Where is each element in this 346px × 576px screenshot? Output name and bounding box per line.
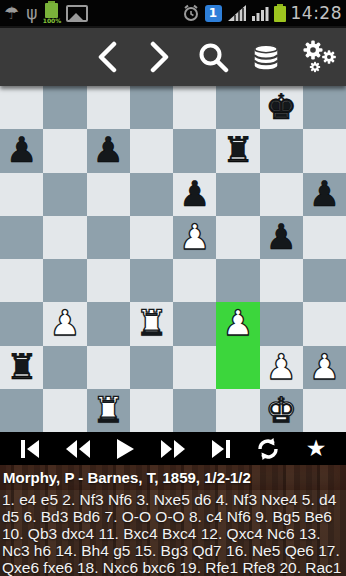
white-king-g1: ♚ xyxy=(265,389,296,432)
square-c7[interactable]: ♟ xyxy=(87,129,130,172)
square-h4[interactable] xyxy=(303,259,346,302)
square-h3[interactable] xyxy=(303,302,346,345)
square-e1[interactable] xyxy=(173,389,216,432)
white-pawn-g2: ♟ xyxy=(265,346,296,389)
square-c3[interactable] xyxy=(87,302,130,345)
square-b6[interactable] xyxy=(43,173,86,216)
square-f4[interactable] xyxy=(216,259,259,302)
status-left-icons: ☂ ψ 100% xyxy=(4,1,88,25)
black-rook-f7: ♜ xyxy=(222,129,253,172)
square-e6[interactable]: ♟ xyxy=(173,173,216,216)
square-g5[interactable]: ♟ xyxy=(260,216,303,259)
black-pawn-g5: ♟ xyxy=(265,216,296,259)
skip-to-start-icon xyxy=(19,438,41,460)
settings-button[interactable] xyxy=(302,40,336,74)
square-a6[interactable] xyxy=(0,173,43,216)
square-h5[interactable] xyxy=(303,216,346,259)
clock-time: 14:28 xyxy=(291,3,343,23)
fast-forward-icon xyxy=(160,439,186,459)
moves-text[interactable]: 1. e4 e5 2. Nf3 Nf6 3. Nxe5 d6 4. Nf3 Nx… xyxy=(2,491,341,576)
square-e5[interactable]: ♟ xyxy=(173,216,216,259)
white-pawn-h2: ♟ xyxy=(309,346,340,389)
square-c8[interactable] xyxy=(87,86,130,129)
square-g1[interactable]: ♚ xyxy=(260,389,303,432)
status-bar: ☂ ψ 100% 1 xyxy=(0,0,346,26)
square-e7[interactable] xyxy=(173,129,216,172)
sync-button[interactable] xyxy=(253,436,283,462)
black-rook-a2: ♜ xyxy=(6,346,37,389)
app-screen: ☂ ψ 100% 1 xyxy=(0,0,346,576)
square-b3[interactable]: ♟ xyxy=(43,302,86,345)
square-h6[interactable]: ♟ xyxy=(303,173,346,216)
square-d6[interactable] xyxy=(130,173,173,216)
black-pawn-h6: ♟ xyxy=(309,173,340,216)
square-a8[interactable] xyxy=(0,86,43,129)
back-button[interactable] xyxy=(90,40,124,74)
status-right-icons: 1 14:28 xyxy=(182,3,343,23)
white-rook-d3: ♜ xyxy=(136,302,167,345)
square-f7[interactable]: ♜ xyxy=(216,129,259,172)
square-a3[interactable] xyxy=(0,302,43,345)
battery-full-icon: 100% xyxy=(44,1,59,25)
square-d7[interactable] xyxy=(130,129,173,172)
square-a4[interactable] xyxy=(0,259,43,302)
skip-to-end-button[interactable] xyxy=(206,436,236,462)
square-b1[interactable] xyxy=(43,389,86,432)
skip-to-end-icon xyxy=(210,438,232,460)
square-g2[interactable]: ♟ xyxy=(260,346,303,389)
square-d2[interactable] xyxy=(130,346,173,389)
square-b4[interactable] xyxy=(43,259,86,302)
white-rook-c1: ♜ xyxy=(92,389,123,432)
square-c4[interactable] xyxy=(87,259,130,302)
database-button[interactable] xyxy=(249,40,283,74)
square-d3[interactable]: ♜ xyxy=(130,302,173,345)
black-pawn-c7: ♟ xyxy=(92,129,123,172)
search-button[interactable] xyxy=(196,40,230,74)
chevron-left-icon xyxy=(96,41,118,73)
square-e3[interactable] xyxy=(173,302,216,345)
square-g4[interactable] xyxy=(260,259,303,302)
square-c6[interactable] xyxy=(87,173,130,216)
square-h1[interactable] xyxy=(303,389,346,432)
battery-percent-label: 100% xyxy=(43,18,62,24)
search-icon xyxy=(197,41,229,73)
favorite-star-button[interactable]: ★ xyxy=(301,436,331,462)
square-g6[interactable] xyxy=(260,173,303,216)
forward-button[interactable] xyxy=(143,40,177,74)
square-h7[interactable] xyxy=(303,129,346,172)
move-list[interactable]: 1. e4 e5 2. Nf3 Nf6 3. Nxe5 d6 4. Nf3 Nx… xyxy=(0,490,346,576)
chevron-right-icon xyxy=(149,41,171,73)
playback-controls: ★ xyxy=(0,432,346,465)
square-d8[interactable] xyxy=(130,86,173,129)
square-b7[interactable] xyxy=(43,129,86,172)
signal-bars-icon xyxy=(252,5,269,21)
toolbar xyxy=(0,28,346,86)
chess-board: ♚♟♟♜♟♟♟♟♟♜♟♜♟♟♜♚ xyxy=(0,86,346,432)
battery-status-icon xyxy=(274,4,286,22)
game-header: Morphy, P - Barnes, T, 1859, 1/2-1/2 xyxy=(0,465,346,490)
square-e2[interactable] xyxy=(173,346,216,389)
square-f2[interactable] xyxy=(216,346,259,389)
usb-icon: ψ xyxy=(26,5,37,22)
square-c1[interactable]: ♜ xyxy=(87,389,130,432)
white-pawn-e5: ♟ xyxy=(179,216,210,259)
sync-icon xyxy=(256,437,280,461)
gallery-icon xyxy=(66,5,88,22)
gears-icon xyxy=(301,40,337,74)
square-a5[interactable] xyxy=(0,216,43,259)
umbrella-icon: ☂ xyxy=(4,5,19,22)
skip-to-start-button[interactable] xyxy=(15,436,45,462)
network-triangle-icon xyxy=(227,5,247,22)
play-button[interactable] xyxy=(110,436,140,462)
black-king-g8: ♚ xyxy=(265,86,296,129)
square-a2[interactable]: ♜ xyxy=(0,346,43,389)
white-pawn-b3: ♟ xyxy=(49,302,80,345)
square-a7[interactable]: ♟ xyxy=(0,129,43,172)
star-icon: ★ xyxy=(306,437,327,460)
square-f5[interactable] xyxy=(216,216,259,259)
square-d5[interactable] xyxy=(130,216,173,259)
database-icon xyxy=(251,41,281,73)
square-e8[interactable] xyxy=(173,86,216,129)
white-pawn-f3: ♟ xyxy=(222,302,253,345)
square-c5[interactable] xyxy=(87,216,130,259)
play-icon xyxy=(115,438,135,460)
square-h8[interactable] xyxy=(303,86,346,129)
square-g7[interactable] xyxy=(260,129,303,172)
square-b5[interactable] xyxy=(43,216,86,259)
square-f1[interactable] xyxy=(216,389,259,432)
square-f8[interactable] xyxy=(216,86,259,129)
square-b2[interactable] xyxy=(43,346,86,389)
square-h2[interactable]: ♟ xyxy=(303,346,346,389)
alarm-clock-icon xyxy=(182,4,200,22)
square-d4[interactable] xyxy=(130,259,173,302)
rewind-button[interactable] xyxy=(63,436,93,462)
square-c2[interactable] xyxy=(87,346,130,389)
square-a1[interactable] xyxy=(0,389,43,432)
square-f3[interactable]: ♟ xyxy=(216,302,259,345)
black-pawn-e6: ♟ xyxy=(179,173,210,216)
fast-forward-button[interactable] xyxy=(158,436,188,462)
game-title: Morphy, P - Barnes, T, 1859, 1/2-1/2 xyxy=(3,469,251,486)
square-g3[interactable] xyxy=(260,302,303,345)
square-b8[interactable] xyxy=(43,86,86,129)
square-d1[interactable] xyxy=(130,389,173,432)
square-e4[interactable] xyxy=(173,259,216,302)
square-f6[interactable] xyxy=(216,173,259,216)
black-pawn-a7: ♟ xyxy=(6,129,37,172)
square-g8[interactable]: ♚ xyxy=(260,86,303,129)
notification-badge: 1 xyxy=(205,5,222,22)
rewind-icon xyxy=(65,439,91,459)
